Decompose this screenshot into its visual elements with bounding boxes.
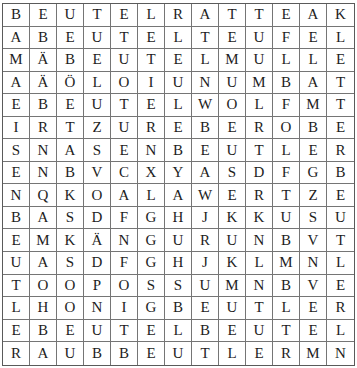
cell-r7c12[interactable]: E [300, 139, 327, 162]
cell-r10c11[interactable]: U [273, 207, 300, 230]
cell-r9c3[interactable]: K [57, 184, 84, 207]
cell-r9c12[interactable]: Z [300, 184, 327, 207]
cell-r1c5[interactable]: E [111, 4, 138, 27]
cell-r2c6[interactable]: E [138, 27, 165, 50]
cell-r7c9[interactable]: U [219, 139, 246, 162]
cell-r8c13[interactable]: B [327, 162, 354, 185]
cell-r1c9[interactable]: T [219, 4, 246, 27]
cell-r12c13[interactable]: L [327, 252, 354, 275]
cell-r1c1[interactable]: B [3, 4, 30, 27]
cell-r1c7[interactable]: R [165, 4, 192, 27]
cell-r12c11[interactable]: M [273, 252, 300, 275]
cell-r3c5[interactable]: U [111, 49, 138, 72]
cell-r14c11[interactable]: L [273, 297, 300, 320]
cell-r8c11[interactable]: F [273, 162, 300, 185]
cell-r5c6[interactable]: E [138, 94, 165, 117]
cell-r7c8[interactable]: E [192, 139, 219, 162]
cell-r4c8[interactable]: N [192, 72, 219, 95]
cell-r15c8[interactable]: B [192, 320, 219, 343]
cell-r6c11[interactable]: O [273, 117, 300, 140]
cell-r4c7[interactable]: U [165, 72, 192, 95]
cell-r6c4[interactable]: Z [84, 117, 111, 140]
cell-r13c12[interactable]: V [300, 275, 327, 298]
cell-r3c2[interactable]: Ä [30, 49, 57, 72]
cell-r5c9[interactable]: O [219, 94, 246, 117]
cell-r4c11[interactable]: B [273, 72, 300, 95]
cell-r8c2[interactable]: N [30, 162, 57, 185]
cell-r2c13[interactable]: L [327, 27, 354, 50]
cell-r12c1[interactable]: U [3, 252, 30, 275]
cell-r8c10[interactable]: D [246, 162, 273, 185]
cell-r15c1[interactable]: E [3, 320, 30, 343]
cell-r11c4[interactable]: Ä [84, 229, 111, 252]
cell-r8c3[interactable]: B [57, 162, 84, 185]
cell-r2c3[interactable]: E [57, 27, 84, 50]
cell-r15c5[interactable]: T [111, 320, 138, 343]
cell-r10c6[interactable]: G [138, 207, 165, 230]
cell-r13c13[interactable]: E [327, 275, 354, 298]
cell-r14c13[interactable]: R [327, 297, 354, 320]
cell-r5c2[interactable]: B [30, 94, 57, 117]
cell-r12c12[interactable]: N [300, 252, 327, 275]
cell-r11c5[interactable]: N [111, 229, 138, 252]
cell-r14c8[interactable]: E [192, 297, 219, 320]
cell-r4c10[interactable]: M [246, 72, 273, 95]
cell-r13c1[interactable]: T [3, 275, 30, 298]
cell-r5c10[interactable]: L [246, 94, 273, 117]
cell-r11c8[interactable]: R [192, 229, 219, 252]
cell-r13c2[interactable]: O [30, 275, 57, 298]
cell-r15c3[interactable]: E [57, 320, 84, 343]
cell-r14c12[interactable]: E [300, 297, 327, 320]
cell-r9c8[interactable]: W [192, 184, 219, 207]
cell-r2c2[interactable]: B [30, 27, 57, 50]
cell-r9c9[interactable]: E [219, 184, 246, 207]
cell-r9c5[interactable]: A [111, 184, 138, 207]
cell-r14c3[interactable]: O [57, 297, 84, 320]
cell-r7c10[interactable]: T [246, 139, 273, 162]
cell-r15c10[interactable]: U [246, 320, 273, 343]
cell-r4c4[interactable]: L [84, 72, 111, 95]
cell-r9c6[interactable]: L [138, 184, 165, 207]
cell-r3c13[interactable]: E [327, 49, 354, 72]
cell-r12c7[interactable]: H [165, 252, 192, 275]
cell-r7c3[interactable]: A [57, 139, 84, 162]
cell-r5c11[interactable]: F [273, 94, 300, 117]
cell-r14c5[interactable]: I [111, 297, 138, 320]
cell-r1c13[interactable]: K [327, 4, 354, 27]
cell-r7c7[interactable]: B [165, 139, 192, 162]
cell-r13c11[interactable]: B [273, 275, 300, 298]
cell-r6c6[interactable]: R [138, 117, 165, 140]
cell-r3c7[interactable]: E [165, 49, 192, 72]
cell-r15c7[interactable]: L [165, 320, 192, 343]
cell-r14c10[interactable]: T [246, 297, 273, 320]
cell-r2c5[interactable]: T [111, 27, 138, 50]
cell-r13c10[interactable]: N [246, 275, 273, 298]
cell-r8c5[interactable]: C [111, 162, 138, 185]
cell-r10c13[interactable]: U [327, 207, 354, 230]
cell-r15c13[interactable]: L [327, 320, 354, 343]
cell-r16c4[interactable]: B [84, 342, 111, 365]
cell-r5c7[interactable]: L [165, 94, 192, 117]
cell-r16c2[interactable]: A [30, 342, 57, 365]
cell-r10c3[interactable]: S [57, 207, 84, 230]
cell-r7c5[interactable]: E [111, 139, 138, 162]
cell-r2c1[interactable]: A [3, 27, 30, 50]
cell-r4c9[interactable]: U [219, 72, 246, 95]
cell-r5c3[interactable]: E [57, 94, 84, 117]
cell-r12c9[interactable]: K [219, 252, 246, 275]
cell-r12c5[interactable]: F [111, 252, 138, 275]
cell-r2c11[interactable]: F [273, 27, 300, 50]
cell-r4c5[interactable]: O [111, 72, 138, 95]
cell-r2c12[interactable]: E [300, 27, 327, 50]
cell-r14c2[interactable]: H [30, 297, 57, 320]
cell-r12c6[interactable]: G [138, 252, 165, 275]
cell-r3c12[interactable]: L [300, 49, 327, 72]
cell-r16c10[interactable]: E [246, 342, 273, 365]
cell-r7c2[interactable]: N [30, 139, 57, 162]
cell-r9c10[interactable]: R [246, 184, 273, 207]
cell-r4c12[interactable]: A [300, 72, 327, 95]
cell-r11c1[interactable]: E [3, 229, 30, 252]
cell-r11c2[interactable]: M [30, 229, 57, 252]
cell-r6c1[interactable]: I [3, 117, 30, 140]
cell-r9c13[interactable]: E [327, 184, 354, 207]
cell-r6c12[interactable]: B [300, 117, 327, 140]
cell-r5c12[interactable]: M [300, 94, 327, 117]
cell-r7c11[interactable]: L [273, 139, 300, 162]
cell-r5c5[interactable]: T [111, 94, 138, 117]
cell-r8c12[interactable]: G [300, 162, 327, 185]
cell-r10c5[interactable]: F [111, 207, 138, 230]
cell-r16c8[interactable]: T [192, 342, 219, 365]
cell-r7c1[interactable]: S [3, 139, 30, 162]
cell-r3c6[interactable]: T [138, 49, 165, 72]
cell-r6c3[interactable]: T [57, 117, 84, 140]
cell-r14c9[interactable]: U [219, 297, 246, 320]
cell-r2c7[interactable]: L [165, 27, 192, 50]
cell-r13c9[interactable]: M [219, 275, 246, 298]
cell-r10c12[interactable]: S [300, 207, 327, 230]
cell-r9c7[interactable]: A [165, 184, 192, 207]
cell-r11c10[interactable]: N [246, 229, 273, 252]
cell-r15c12[interactable]: E [300, 320, 327, 343]
cell-r11c3[interactable]: K [57, 229, 84, 252]
cell-r1c12[interactable]: A [300, 4, 327, 27]
cell-r16c5[interactable]: B [111, 342, 138, 365]
cell-r7c4[interactable]: S [84, 139, 111, 162]
cell-r6c5[interactable]: U [111, 117, 138, 140]
cell-r3c4[interactable]: E [84, 49, 111, 72]
cell-r4c3[interactable]: Ö [57, 72, 84, 95]
cell-r8c7[interactable]: Y [165, 162, 192, 185]
cell-r7c13[interactable]: R [327, 139, 354, 162]
cell-r15c4[interactable]: U [84, 320, 111, 343]
cell-r10c4[interactable]: D [84, 207, 111, 230]
cell-r9c1[interactable]: N [3, 184, 30, 207]
cell-r15c9[interactable]: E [219, 320, 246, 343]
cell-r14c4[interactable]: N [84, 297, 111, 320]
cell-r15c2[interactable]: B [30, 320, 57, 343]
cell-r2c8[interactable]: T [192, 27, 219, 50]
cell-r3c1[interactable]: M [3, 49, 30, 72]
cell-r8c6[interactable]: X [138, 162, 165, 185]
cell-r11c7[interactable]: U [165, 229, 192, 252]
cell-r16c7[interactable]: U [165, 342, 192, 365]
cell-r12c2[interactable]: A [30, 252, 57, 275]
cell-r10c10[interactable]: K [246, 207, 273, 230]
cell-r13c8[interactable]: U [192, 275, 219, 298]
cell-r12c4[interactable]: D [84, 252, 111, 275]
word-search-grid: BEUTELRATTEAKABEUTELTEUFELMÄBEUTELMULLEA… [2, 3, 355, 366]
cell-r3c10[interactable]: U [246, 49, 273, 72]
cell-r4c13[interactable]: T [327, 72, 354, 95]
cell-r11c9[interactable]: U [219, 229, 246, 252]
cell-r8c8[interactable]: A [192, 162, 219, 185]
cell-r8c9[interactable]: S [219, 162, 246, 185]
cell-r2c4[interactable]: U [84, 27, 111, 50]
cell-r12c10[interactable]: L [246, 252, 273, 275]
cell-r2c9[interactable]: E [219, 27, 246, 50]
cell-r16c11[interactable]: R [273, 342, 300, 365]
cell-r6c7[interactable]: E [165, 117, 192, 140]
cell-r9c4[interactable]: O [84, 184, 111, 207]
cell-r12c8[interactable]: J [192, 252, 219, 275]
cell-r4c2[interactable]: Ä [30, 72, 57, 95]
cell-r6c2[interactable]: R [30, 117, 57, 140]
cell-r13c7[interactable]: S [165, 275, 192, 298]
cell-r1c4[interactable]: T [84, 4, 111, 27]
cell-r4c6[interactable]: I [138, 72, 165, 95]
cell-r5c1[interactable]: E [3, 94, 30, 117]
cell-r1c11[interactable]: E [273, 4, 300, 27]
cell-r13c3[interactable]: O [57, 275, 84, 298]
cell-r3c11[interactable]: L [273, 49, 300, 72]
cell-r16c3[interactable]: U [57, 342, 84, 365]
cell-r15c6[interactable]: E [138, 320, 165, 343]
cell-r5c4[interactable]: U [84, 94, 111, 117]
cell-r16c12[interactable]: M [300, 342, 327, 365]
cell-r11c12[interactable]: V [300, 229, 327, 252]
cell-r5c13[interactable]: T [327, 94, 354, 117]
cell-r10c1[interactable]: B [3, 207, 30, 230]
cell-r1c2[interactable]: E [30, 4, 57, 27]
cell-r16c9[interactable]: L [219, 342, 246, 365]
cell-r10c9[interactable]: K [219, 207, 246, 230]
cell-r13c6[interactable]: S [138, 275, 165, 298]
cell-r6c13[interactable]: E [327, 117, 354, 140]
cell-r5c8[interactable]: W [192, 94, 219, 117]
cell-r11c6[interactable]: G [138, 229, 165, 252]
cell-r7c6[interactable]: N [138, 139, 165, 162]
cell-r8c4[interactable]: V [84, 162, 111, 185]
cell-r11c11[interactable]: B [273, 229, 300, 252]
cell-r11c13[interactable]: T [327, 229, 354, 252]
cell-r1c10[interactable]: T [246, 4, 273, 27]
cell-r9c11[interactable]: T [273, 184, 300, 207]
cell-r1c3[interactable]: U [57, 4, 84, 27]
cell-r14c1[interactable]: L [3, 297, 30, 320]
cell-r10c2[interactable]: A [30, 207, 57, 230]
cell-r3c3[interactable]: B [57, 49, 84, 72]
cell-r16c13[interactable]: N [327, 342, 354, 365]
cell-r6c8[interactable]: B [192, 117, 219, 140]
cell-r12c3[interactable]: S [57, 252, 84, 275]
cell-r1c8[interactable]: A [192, 4, 219, 27]
cell-r8c1[interactable]: E [3, 162, 30, 185]
cell-r10c8[interactable]: J [192, 207, 219, 230]
cell-r2c10[interactable]: U [246, 27, 273, 50]
cell-r10c7[interactable]: H [165, 207, 192, 230]
cell-r14c7[interactable]: B [165, 297, 192, 320]
cell-r6c10[interactable]: R [246, 117, 273, 140]
cell-r15c11[interactable]: T [273, 320, 300, 343]
cell-r13c4[interactable]: P [84, 275, 111, 298]
cell-r4c1[interactable]: A [3, 72, 30, 95]
cell-r13c5[interactable]: O [111, 275, 138, 298]
cell-r3c9[interactable]: M [219, 49, 246, 72]
cell-r16c6[interactable]: E [138, 342, 165, 365]
cell-r3c8[interactable]: L [192, 49, 219, 72]
word-search-page: BEUTELRATTEAKABEUTELTEUFELMÄBEUTELMULLEA… [0, 0, 357, 368]
cell-r14c6[interactable]: G [138, 297, 165, 320]
cell-r6c9[interactable]: E [219, 117, 246, 140]
cell-r16c1[interactable]: R [3, 342, 30, 365]
cell-r9c2[interactable]: Q [30, 184, 57, 207]
cell-r1c6[interactable]: L [138, 4, 165, 27]
